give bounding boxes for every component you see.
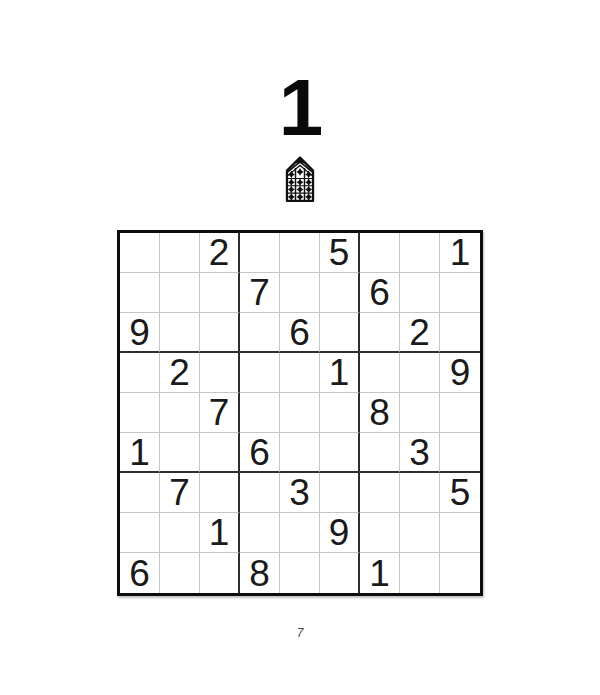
sudoku-cell	[440, 313, 480, 353]
sudoku-cell: 2	[160, 353, 200, 393]
sudoku-cell	[320, 393, 360, 433]
sudoku-cell	[360, 513, 400, 553]
sudoku-cell: 1	[200, 513, 240, 553]
page-number: 7	[0, 626, 600, 640]
sudoku-cell	[160, 233, 200, 273]
sudoku-cell	[160, 393, 200, 433]
sudoku-cell	[280, 553, 320, 593]
sudoku-cell: 7	[240, 273, 280, 313]
sudoku-cell	[200, 433, 240, 473]
sudoku-cell	[120, 353, 160, 393]
sudoku-cell: 1	[320, 353, 360, 393]
sudoku-cell: 9	[120, 313, 160, 353]
sudoku-cell	[120, 513, 160, 553]
sudoku-cell	[320, 473, 360, 513]
sudoku-cell	[440, 513, 480, 553]
puzzle-number: 1	[0, 0, 600, 148]
sudoku-cell	[280, 353, 320, 393]
sudoku-cell	[400, 233, 440, 273]
sudoku-cell: 6	[240, 433, 280, 473]
sudoku-cell	[280, 433, 320, 473]
sudoku-cell	[240, 313, 280, 353]
sudoku-cell: 5	[440, 473, 480, 513]
sudoku-cell: 7	[160, 473, 200, 513]
sudoku-cell: 1	[120, 433, 160, 473]
sudoku-cell	[360, 473, 400, 513]
sudoku-cell: 8	[360, 393, 400, 433]
sudoku-cell: 6	[360, 273, 400, 313]
sudoku-cell	[320, 433, 360, 473]
sudoku-cell	[440, 273, 480, 313]
sudoku-cell	[160, 553, 200, 593]
sudoku-cell	[400, 353, 440, 393]
sudoku-cell	[240, 233, 280, 273]
sudoku-cell	[240, 473, 280, 513]
sudoku-cell	[160, 313, 200, 353]
sudoku-cell	[320, 553, 360, 593]
sudoku-cell: 2	[400, 313, 440, 353]
sudoku-cell	[320, 273, 360, 313]
sudoku-cell: 2	[200, 233, 240, 273]
sudoku-cell	[200, 313, 240, 353]
sudoku-cell	[440, 433, 480, 473]
sudoku-cell	[240, 353, 280, 393]
sudoku-cell	[160, 513, 200, 553]
sudoku-cell	[280, 273, 320, 313]
book-page: 1	[0, 0, 600, 695]
board-area: 251769622197816373519681	[0, 230, 600, 596]
sudoku-cell	[200, 473, 240, 513]
pencil-grid-icon	[0, 155, 600, 203]
sudoku-cell	[120, 233, 160, 273]
sudoku-cell	[160, 433, 200, 473]
sudoku-cell: 7	[200, 393, 240, 433]
sudoku-cell	[400, 553, 440, 593]
sudoku-cell	[400, 273, 440, 313]
sudoku-cell: 1	[440, 233, 480, 273]
sudoku-cell	[400, 393, 440, 433]
sudoku-cell	[120, 473, 160, 513]
sudoku-cell	[280, 393, 320, 433]
sudoku-board: 251769622197816373519681	[117, 230, 483, 596]
sudoku-cell	[160, 273, 200, 313]
sudoku-cell	[280, 513, 320, 553]
sudoku-cell	[360, 313, 400, 353]
sudoku-cell: 8	[240, 553, 280, 593]
sudoku-cell: 6	[280, 313, 320, 353]
sudoku-cell	[320, 313, 360, 353]
sudoku-cell	[360, 353, 400, 393]
sudoku-cell	[200, 273, 240, 313]
sudoku-cell	[360, 433, 400, 473]
sudoku-cell: 9	[320, 513, 360, 553]
sudoku-cell	[240, 513, 280, 553]
sudoku-cell: 1	[360, 553, 400, 593]
sudoku-cell	[400, 473, 440, 513]
sudoku-cell	[440, 393, 480, 433]
sudoku-cell	[360, 233, 400, 273]
sudoku-cell	[120, 273, 160, 313]
sudoku-cell	[240, 393, 280, 433]
sudoku-cell	[200, 353, 240, 393]
sudoku-cell: 9	[440, 353, 480, 393]
sudoku-cell: 5	[320, 233, 360, 273]
sudoku-cell: 3	[280, 473, 320, 513]
sudoku-cell	[440, 553, 480, 593]
sudoku-cell	[400, 513, 440, 553]
sudoku-cell	[200, 553, 240, 593]
sudoku-cell	[120, 393, 160, 433]
sudoku-cell: 3	[400, 433, 440, 473]
sudoku-cell	[280, 233, 320, 273]
sudoku-cell: 6	[120, 553, 160, 593]
